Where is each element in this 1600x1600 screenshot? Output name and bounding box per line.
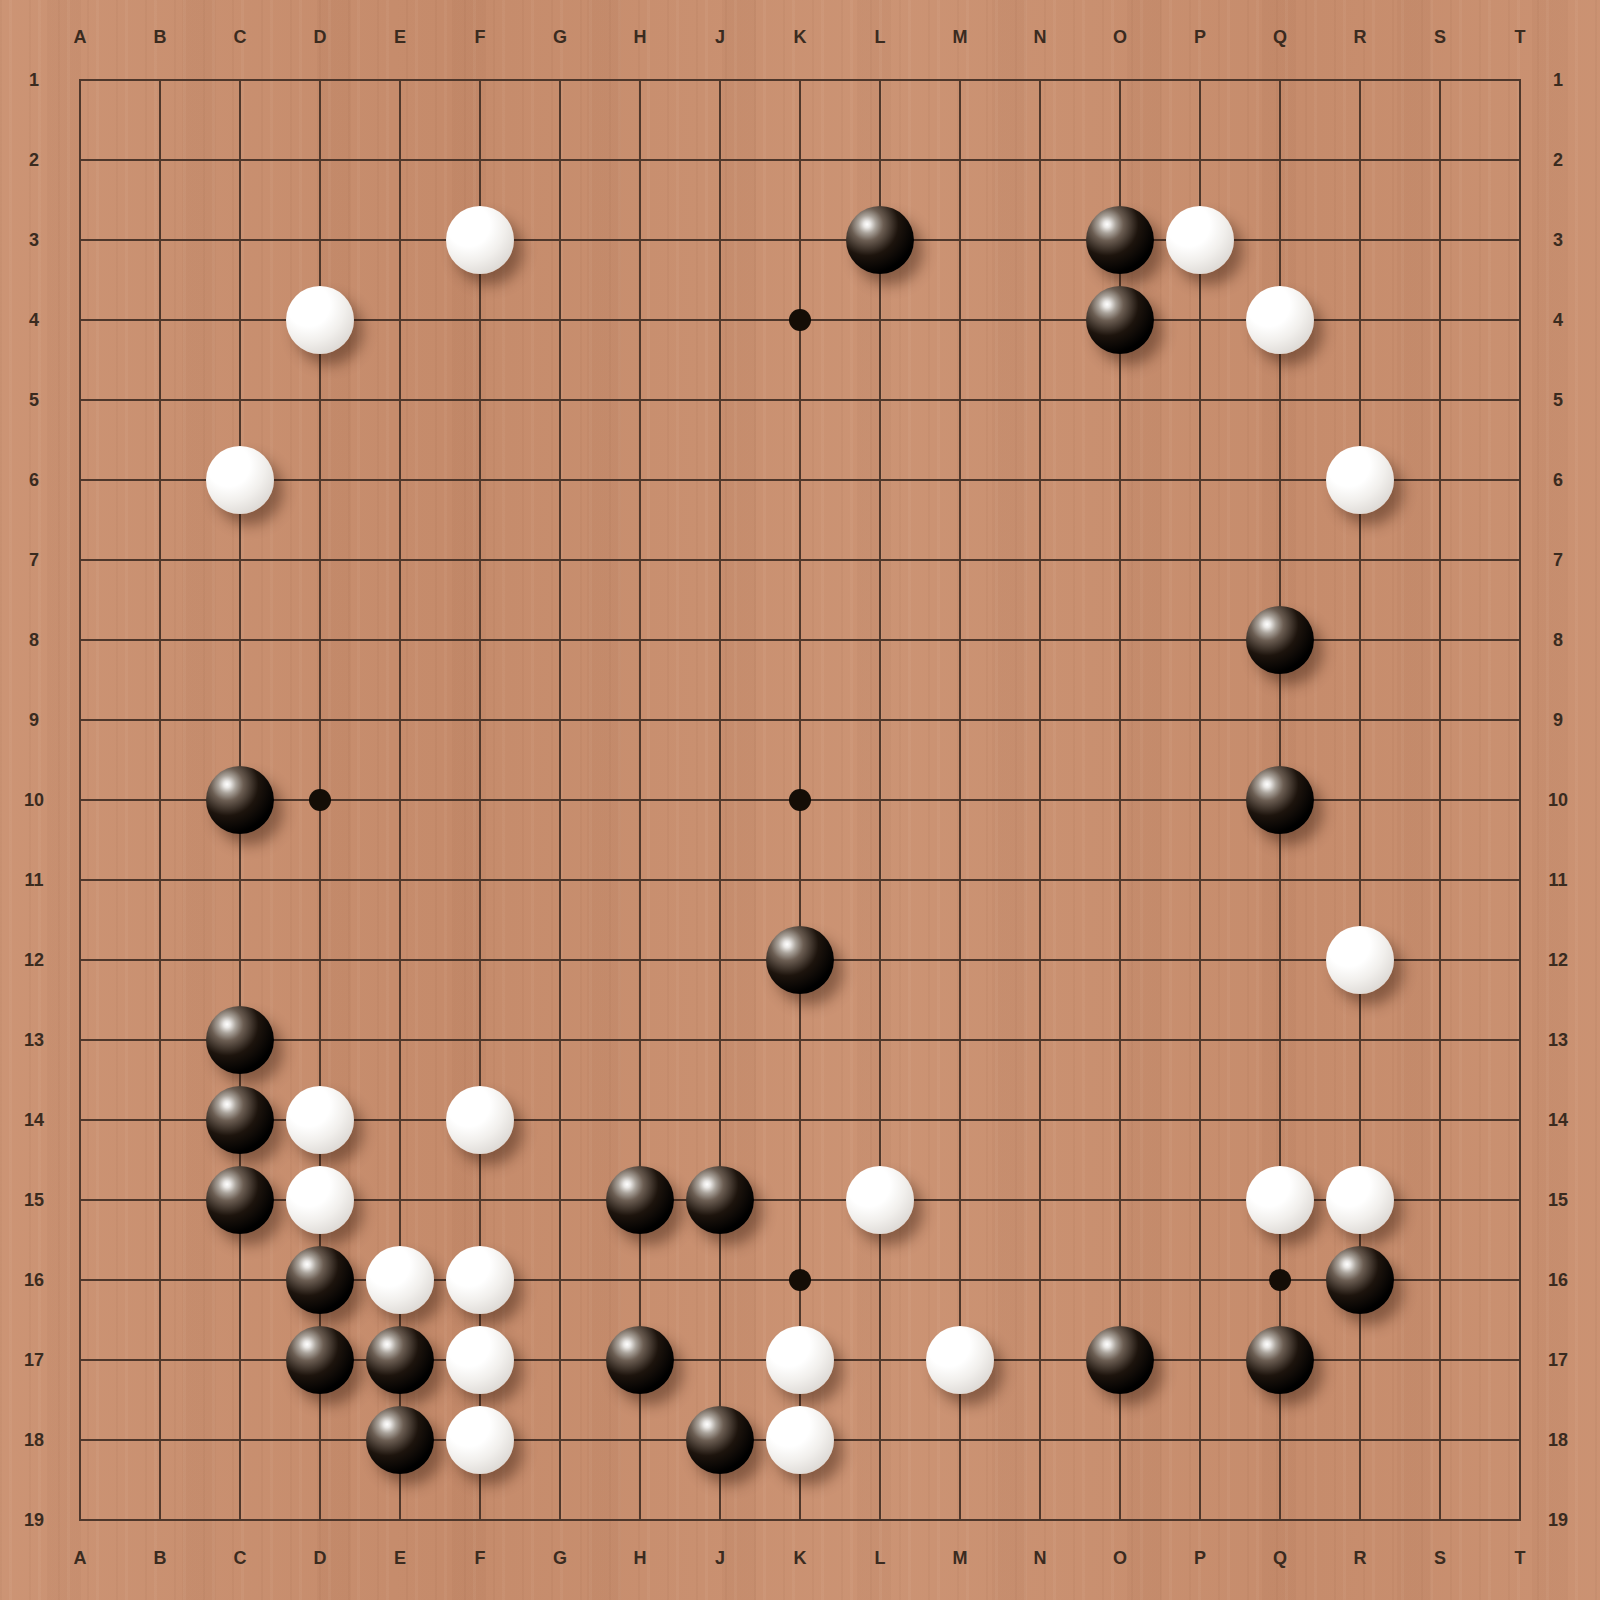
row-label-right-4: 4	[1553, 310, 1563, 331]
black-stone-O3[interactable]	[1086, 206, 1154, 274]
white-stone-M17[interactable]	[926, 1326, 994, 1394]
star-point-D10	[309, 789, 331, 811]
row-label-left-1: 1	[29, 70, 39, 91]
white-stone-F17[interactable]	[446, 1326, 514, 1394]
row-label-right-17: 17	[1548, 1350, 1568, 1371]
column-label-bottom-N: N	[1034, 1548, 1047, 1569]
column-label-top-H: H	[634, 27, 647, 48]
white-stone-R6[interactable]	[1326, 446, 1394, 514]
black-stone-O4[interactable]	[1086, 286, 1154, 354]
column-label-top-F: F	[475, 27, 486, 48]
column-label-bottom-K: K	[794, 1548, 807, 1569]
row-label-left-4: 4	[29, 310, 39, 331]
row-label-right-14: 14	[1548, 1110, 1568, 1131]
white-stone-C6[interactable]	[206, 446, 274, 514]
white-stone-Q4[interactable]	[1246, 286, 1314, 354]
black-stone-E18[interactable]	[366, 1406, 434, 1474]
column-label-bottom-L: L	[875, 1548, 886, 1569]
row-label-left-19: 19	[24, 1510, 44, 1531]
column-label-bottom-T: T	[1515, 1548, 1526, 1569]
white-stone-K17[interactable]	[766, 1326, 834, 1394]
black-stone-D17[interactable]	[286, 1326, 354, 1394]
column-label-top-E: E	[394, 27, 406, 48]
row-label-right-2: 2	[1553, 150, 1563, 171]
star-point-Q16	[1269, 1269, 1291, 1291]
row-label-right-12: 12	[1548, 950, 1568, 971]
row-label-right-11: 11	[1548, 870, 1567, 891]
black-stone-C15[interactable]	[206, 1166, 274, 1234]
row-label-right-1: 1	[1553, 70, 1563, 91]
row-label-left-16: 16	[24, 1270, 44, 1291]
row-label-right-16: 16	[1548, 1270, 1568, 1291]
column-label-top-P: P	[1194, 27, 1206, 48]
row-label-left-12: 12	[24, 950, 44, 971]
column-label-top-J: J	[715, 27, 725, 48]
column-label-bottom-E: E	[394, 1548, 406, 1569]
black-stone-C14[interactable]	[206, 1086, 274, 1154]
column-label-top-Q: Q	[1273, 27, 1287, 48]
black-stone-K12[interactable]	[766, 926, 834, 994]
black-stone-E17[interactable]	[366, 1326, 434, 1394]
go-board[interactable]: AABBCCDDEEFFGGHHJJKKLLMMNNOOPPQQRRSSTT11…	[0, 0, 1600, 1600]
star-point-K4	[789, 309, 811, 331]
column-label-bottom-M: M	[953, 1548, 968, 1569]
white-stone-E16[interactable]	[366, 1246, 434, 1314]
row-label-left-18: 18	[24, 1430, 44, 1451]
star-point-K10	[789, 789, 811, 811]
column-label-bottom-D: D	[314, 1548, 327, 1569]
column-label-top-K: K	[794, 27, 807, 48]
row-label-left-13: 13	[24, 1030, 44, 1051]
black-stone-Q17[interactable]	[1246, 1326, 1314, 1394]
column-label-top-S: S	[1434, 27, 1446, 48]
row-label-left-9: 9	[29, 710, 39, 731]
column-label-top-R: R	[1354, 27, 1367, 48]
black-stone-J18[interactable]	[686, 1406, 754, 1474]
row-label-right-8: 8	[1553, 630, 1563, 651]
column-label-top-T: T	[1515, 27, 1526, 48]
column-label-bottom-Q: Q	[1273, 1548, 1287, 1569]
column-label-bottom-A: A	[74, 1548, 87, 1569]
row-label-left-17: 17	[24, 1350, 44, 1371]
column-label-bottom-S: S	[1434, 1548, 1446, 1569]
column-label-top-M: M	[953, 27, 968, 48]
white-stone-R15[interactable]	[1326, 1166, 1394, 1234]
white-stone-R12[interactable]	[1326, 926, 1394, 994]
column-label-bottom-F: F	[475, 1548, 486, 1569]
row-label-left-3: 3	[29, 230, 39, 251]
column-label-top-B: B	[154, 27, 167, 48]
column-label-bottom-J: J	[715, 1548, 725, 1569]
row-label-right-13: 13	[1548, 1030, 1568, 1051]
row-label-left-8: 8	[29, 630, 39, 651]
row-label-right-3: 3	[1553, 230, 1563, 251]
black-stone-L3[interactable]	[846, 206, 914, 274]
row-label-left-15: 15	[24, 1190, 44, 1211]
column-label-bottom-G: G	[553, 1548, 567, 1569]
row-label-left-7: 7	[29, 550, 39, 571]
black-stone-H15[interactable]	[606, 1166, 674, 1234]
white-stone-F18[interactable]	[446, 1406, 514, 1474]
white-stone-F14[interactable]	[446, 1086, 514, 1154]
column-label-top-A: A	[74, 27, 87, 48]
column-label-bottom-B: B	[154, 1548, 167, 1569]
column-label-bottom-C: C	[234, 1548, 247, 1569]
white-stone-L15[interactable]	[846, 1166, 914, 1234]
column-label-bottom-P: P	[1194, 1548, 1206, 1569]
black-stone-O17[interactable]	[1086, 1326, 1154, 1394]
row-label-right-7: 7	[1553, 550, 1563, 571]
black-stone-R16[interactable]	[1326, 1246, 1394, 1314]
white-stone-D4[interactable]	[286, 286, 354, 354]
white-stone-D14[interactable]	[286, 1086, 354, 1154]
row-label-left-2: 2	[29, 150, 39, 171]
black-stone-C13[interactable]	[206, 1006, 274, 1074]
column-label-bottom-R: R	[1354, 1548, 1367, 1569]
row-label-right-10: 10	[1548, 790, 1568, 811]
white-stone-D15[interactable]	[286, 1166, 354, 1234]
row-label-right-19: 19	[1548, 1510, 1568, 1531]
column-label-bottom-O: O	[1113, 1548, 1127, 1569]
column-label-top-N: N	[1034, 27, 1047, 48]
row-label-left-14: 14	[24, 1110, 44, 1131]
row-label-right-9: 9	[1553, 710, 1563, 731]
column-label-top-C: C	[234, 27, 247, 48]
black-stone-C10[interactable]	[206, 766, 274, 834]
column-label-top-L: L	[875, 27, 886, 48]
row-label-left-6: 6	[29, 470, 39, 491]
white-stone-F3[interactable]	[446, 206, 514, 274]
white-stone-K18[interactable]	[766, 1406, 834, 1474]
black-stone-D16[interactable]	[286, 1246, 354, 1314]
black-stone-Q8[interactable]	[1246, 606, 1314, 674]
column-label-bottom-H: H	[634, 1548, 647, 1569]
row-label-left-11: 11	[24, 870, 43, 891]
row-label-left-10: 10	[24, 790, 44, 811]
row-label-right-18: 18	[1548, 1430, 1568, 1451]
black-stone-J15[interactable]	[686, 1166, 754, 1234]
white-stone-Q15[interactable]	[1246, 1166, 1314, 1234]
row-label-left-5: 5	[29, 390, 39, 411]
white-stone-F16[interactable]	[446, 1246, 514, 1314]
black-stone-H17[interactable]	[606, 1326, 674, 1394]
black-stone-Q10[interactable]	[1246, 766, 1314, 834]
row-label-right-5: 5	[1553, 390, 1563, 411]
white-stone-P3[interactable]	[1166, 206, 1234, 274]
star-point-K16	[789, 1269, 811, 1291]
row-label-right-6: 6	[1553, 470, 1563, 491]
column-label-top-D: D	[314, 27, 327, 48]
column-label-top-G: G	[553, 27, 567, 48]
row-label-right-15: 15	[1548, 1190, 1568, 1211]
column-label-top-O: O	[1113, 27, 1127, 48]
